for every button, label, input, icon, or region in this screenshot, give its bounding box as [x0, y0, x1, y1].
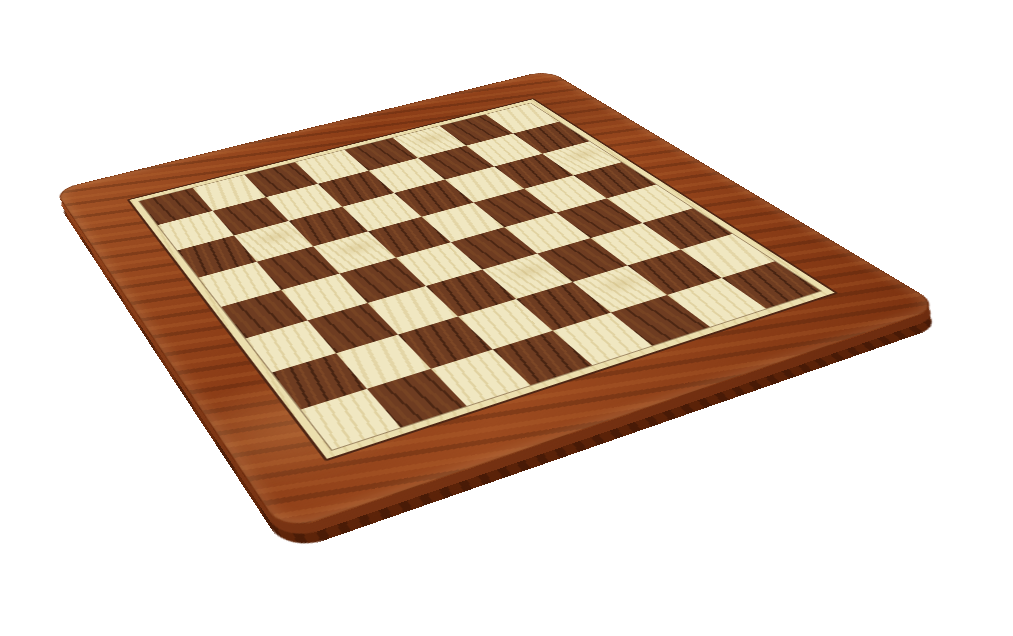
photo-canvas [0, 0, 1013, 636]
board-inlay-line [127, 98, 839, 461]
